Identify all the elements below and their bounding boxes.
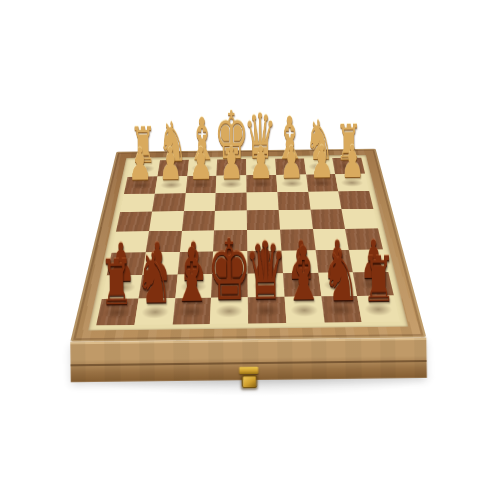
square-e8: ♚ xyxy=(210,297,248,324)
case-front xyxy=(70,337,427,382)
brass-latch xyxy=(233,367,264,389)
square-g3 xyxy=(152,193,185,212)
piece-black-bishop: ♝ xyxy=(283,237,323,312)
square-d8: ♛ xyxy=(248,297,286,324)
square-a8: ♜ xyxy=(357,296,400,322)
square-f3 xyxy=(183,193,215,212)
piece-black-knight: ♞ xyxy=(322,242,360,312)
piece-black-knight: ♞ xyxy=(135,244,173,314)
piece-white-pawn: ♟ xyxy=(128,142,152,187)
square-d2: ♟ xyxy=(246,175,277,192)
square-g4 xyxy=(149,211,184,231)
square-e3 xyxy=(215,192,247,211)
square-f8: ♝ xyxy=(172,298,211,325)
piece-white-pawn: ♟ xyxy=(340,139,364,184)
piece-white-pawn: ♟ xyxy=(219,140,243,185)
piece-white-pawn: ♟ xyxy=(159,141,183,186)
piece-white-pawn: ♟ xyxy=(279,140,303,185)
square-a3 xyxy=(338,191,373,210)
piece-white-pawn: ♟ xyxy=(310,139,334,184)
piece-white-pawn: ♟ xyxy=(189,141,213,186)
square-b8: ♞ xyxy=(321,296,362,322)
square-c3 xyxy=(277,192,310,211)
square-b2: ♟ xyxy=(306,174,339,191)
chess-set: ♜♞♝♚♛♝♞♜♟♟♟♟♟♟♟♟♟♟♟♟♟♟♟♟♜♞♝♚♛♝♞♜ xyxy=(70,149,426,342)
piece-black-queen: ♛ xyxy=(245,233,288,313)
piece-white-pawn: ♟ xyxy=(249,140,273,185)
square-h8: ♜ xyxy=(96,299,138,326)
product-photo: ♜♞♝♚♛♝♞♜♟♟♟♟♟♟♟♟♟♟♟♟♟♟♟♟♜♞♝♚♛♝♞♜ xyxy=(0,0,500,500)
piece-black-bishop: ♝ xyxy=(171,239,211,314)
piece-black-rook: ♜ xyxy=(361,248,395,311)
square-d3 xyxy=(247,192,279,211)
piece-black-rook: ♜ xyxy=(100,251,134,314)
latch-clasp xyxy=(241,375,257,388)
square-g2: ♟ xyxy=(155,176,187,193)
square-c2: ♟ xyxy=(276,174,308,191)
square-g8: ♞ xyxy=(134,298,175,325)
square-a2: ♟ xyxy=(335,174,369,191)
square-h3 xyxy=(120,193,154,212)
square-b4 xyxy=(310,209,345,229)
square-c8: ♝ xyxy=(284,297,324,323)
square-b3 xyxy=(308,191,342,210)
latch-plate xyxy=(239,367,258,374)
